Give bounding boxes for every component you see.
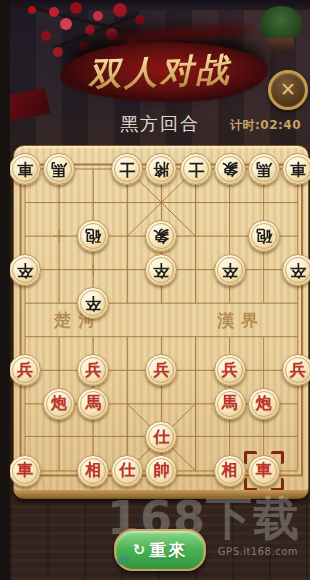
- piece-black-elephant[interactable]: 象: [214, 153, 246, 185]
- piece-red-chariot[interactable]: 車: [10, 455, 41, 487]
- restart-button[interactable]: ↻ 重來: [114, 529, 206, 571]
- xiangqi-board[interactable]: 楚河 漢界 車馬士將士象馬車砲象砲卒卒卒卒卒兵兵兵兵兵炮馬馬炮仕車相仕帥相車: [13, 145, 309, 499]
- piece-black-cannon[interactable]: 砲: [248, 220, 280, 252]
- restart-icon: ↻: [133, 541, 146, 559]
- ceiling-beam: [10, 0, 310, 10]
- status-bar: 黑方回合 计时:02:40: [10, 110, 310, 140]
- plum-blossoms: [28, 6, 36, 14]
- watermark-site: GPS.it168.com: [218, 546, 298, 557]
- close-icon: ✕: [280, 78, 296, 100]
- piece-black-chariot[interactable]: 車: [10, 153, 41, 185]
- piece-black-horse[interactable]: 馬: [248, 153, 280, 185]
- piece-red-advisor[interactable]: 仕: [145, 421, 177, 453]
- piece-black-soldier[interactable]: 卒: [77, 287, 109, 319]
- piece-red-elephant[interactable]: 相: [214, 455, 246, 487]
- river-label-han: 漢界: [217, 309, 265, 332]
- piece-black-soldier[interactable]: 卒: [282, 254, 310, 286]
- close-button[interactable]: ✕: [268, 70, 308, 110]
- piece-red-soldier[interactable]: 兵: [145, 354, 177, 386]
- piece-black-general[interactable]: 將: [145, 153, 177, 185]
- selected-piece-marker: [244, 451, 284, 491]
- piece-red-horse[interactable]: 馬: [77, 388, 109, 420]
- piece-red-cannon[interactable]: 炮: [43, 388, 75, 420]
- piece-black-advisor[interactable]: 士: [180, 153, 212, 185]
- piece-black-soldier[interactable]: 卒: [145, 254, 177, 286]
- restart-label: 重來: [149, 539, 187, 562]
- piece-black-elephant[interactable]: 象: [145, 220, 177, 252]
- piece-red-general[interactable]: 帥: [145, 455, 177, 487]
- timer-label: 计时:02:40: [230, 117, 301, 134]
- piece-red-cannon[interactable]: 炮: [248, 388, 280, 420]
- piece-black-horse[interactable]: 馬: [43, 153, 75, 185]
- piece-black-soldier[interactable]: 卒: [10, 254, 41, 286]
- piece-red-chariot[interactable]: 車: [248, 455, 280, 487]
- piece-red-advisor[interactable]: 仕: [111, 455, 143, 487]
- piece-black-cannon[interactable]: 砲: [77, 220, 109, 252]
- piece-red-soldier[interactable]: 兵: [282, 354, 310, 386]
- piece-black-chariot[interactable]: 車: [282, 153, 310, 185]
- piece-red-horse[interactable]: 馬: [214, 388, 246, 420]
- piece-black-advisor[interactable]: 士: [111, 153, 143, 185]
- app-window: 双人对战 ✕ 黑方回合 计时:02:40 楚河 漢界 車馬士將士象馬車砲象砲卒卒…: [10, 0, 310, 580]
- piece-red-soldier[interactable]: 兵: [10, 354, 41, 386]
- piece-red-soldier[interactable]: 兵: [77, 354, 109, 386]
- piece-red-soldier[interactable]: 兵: [214, 354, 246, 386]
- piece-red-elephant[interactable]: 相: [77, 455, 109, 487]
- piece-black-soldier[interactable]: 卒: [214, 254, 246, 286]
- potted-plant: [260, 6, 302, 40]
